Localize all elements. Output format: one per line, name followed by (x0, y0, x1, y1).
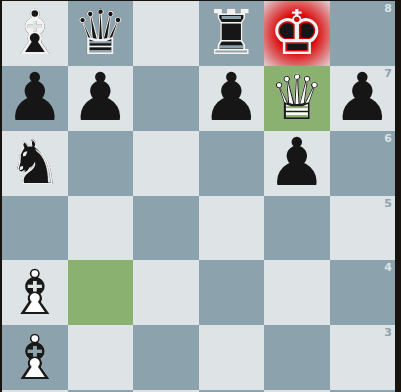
black-pawn-icon: ♟ (2, 66, 68, 131)
square-c5[interactable] (2, 196, 68, 261)
white-bishop-detail-icon: ♗ (2, 260, 68, 325)
black-knight-detail-icon: ♘ (2, 131, 68, 196)
piece-black-king-g8[interactable]: ♚♔ (264, 1, 330, 66)
square-f4[interactable] (199, 260, 265, 325)
piece-black-pawn-d7[interactable]: ♟ (68, 66, 134, 131)
square-g6[interactable]: ♟ (264, 131, 330, 196)
rank-label-4: 4 (384, 261, 392, 274)
square-g7[interactable]: ♛♕ (264, 66, 330, 131)
black-pawn-icon: ♟ (199, 66, 265, 131)
black-queen-detail-icon: ♕ (68, 1, 134, 66)
chess-app-background: ♝♗♛♕♜♖♚♔8♟♟♟♛♕7♟♞♘♟65♝♗4♝♗3 (0, 0, 401, 392)
piece-black-pawn-c7[interactable]: ♟ (2, 66, 68, 131)
square-f6[interactable] (199, 131, 265, 196)
black-pawn-icon: ♟ (68, 66, 134, 131)
rank-label-8: 8 (384, 2, 392, 15)
square-c8[interactable]: ♝♗ (2, 1, 68, 66)
black-king-detail-icon: ♔ (264, 1, 330, 66)
square-c6[interactable]: ♞♘ (2, 131, 68, 196)
square-c4[interactable]: ♝♗ (2, 260, 68, 325)
square-g8[interactable]: ♚♔ (264, 1, 330, 66)
square-c7[interactable]: ♟ (2, 66, 68, 131)
square-h4[interactable]: 4 (330, 260, 396, 325)
black-rook-detail-icon: ♖ (199, 1, 265, 66)
square-f7[interactable]: ♟ (199, 66, 265, 131)
white-bishop-detail-icon: ♗ (2, 325, 68, 390)
rank-label-6: 6 (384, 132, 392, 145)
black-pawn-icon: ♟ (330, 66, 396, 131)
piece-black-bishop-c8[interactable]: ♝♗ (2, 1, 68, 66)
square-e4[interactable] (133, 260, 199, 325)
square-d6[interactable] (68, 131, 134, 196)
piece-white-bishop-c3[interactable]: ♝♗ (2, 325, 68, 390)
black-bishop-detail-icon: ♗ (2, 1, 68, 66)
square-g3[interactable] (264, 325, 330, 390)
square-e3[interactable] (133, 325, 199, 390)
piece-black-knight-c6[interactable]: ♞♘ (2, 131, 68, 196)
square-h7[interactable]: 7♟ (330, 66, 396, 131)
square-d4[interactable] (68, 260, 134, 325)
square-f8[interactable]: ♜♖ (199, 1, 265, 66)
square-h5[interactable]: 5 (330, 196, 396, 261)
piece-white-queen-g7[interactable]: ♛♕ (264, 66, 330, 131)
square-d8[interactable]: ♛♕ (68, 1, 134, 66)
piece-black-pawn-f7[interactable]: ♟ (199, 66, 265, 131)
square-f5[interactable] (199, 196, 265, 261)
square-e8[interactable] (133, 1, 199, 66)
piece-black-pawn-g6[interactable]: ♟ (264, 131, 330, 196)
square-d5[interactable] (68, 196, 134, 261)
rank-label-3: 3 (384, 326, 392, 339)
square-d3[interactable] (68, 325, 134, 390)
square-e6[interactable] (133, 131, 199, 196)
rank-label-5: 5 (384, 197, 392, 210)
square-d7[interactable]: ♟ (68, 66, 134, 131)
piece-white-bishop-c4[interactable]: ♝♗ (2, 260, 68, 325)
square-c3[interactable]: ♝♗ (2, 325, 68, 390)
square-e7[interactable] (133, 66, 199, 131)
square-e5[interactable] (133, 196, 199, 261)
piece-black-queen-d8[interactable]: ♛♕ (68, 1, 134, 66)
square-h3[interactable]: 3 (330, 325, 396, 390)
chess-board: ♝♗♛♕♜♖♚♔8♟♟♟♛♕7♟♞♘♟65♝♗4♝♗3 (2, 1, 395, 392)
white-queen-detail-icon: ♕ (264, 66, 330, 131)
square-g4[interactable] (264, 260, 330, 325)
piece-black-pawn-h7[interactable]: ♟ (330, 66, 396, 131)
square-f3[interactable] (199, 325, 265, 390)
square-g5[interactable] (264, 196, 330, 261)
square-h8[interactable]: 8 (330, 1, 396, 66)
piece-black-rook-f8[interactable]: ♜♖ (199, 1, 265, 66)
black-pawn-icon: ♟ (264, 131, 330, 196)
square-h6[interactable]: 6 (330, 131, 396, 196)
